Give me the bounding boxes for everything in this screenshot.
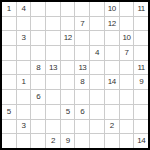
cell-r2c7[interactable]	[90, 17, 104, 31]
cell-r5c6[interactable]: 13	[75, 61, 89, 75]
cell-r4c7[interactable]: 4	[90, 46, 104, 60]
given-number: 14	[137, 137, 145, 145]
cell-r8c4[interactable]	[46, 105, 60, 119]
cell-r9c1[interactable]	[2, 120, 16, 134]
cell-r5c5[interactable]	[61, 61, 75, 75]
cell-r5c7[interactable]	[90, 61, 104, 75]
cell-r9c9[interactable]	[120, 120, 134, 134]
cell-r1c4[interactable]	[46, 2, 60, 16]
cell-r3c7[interactable]	[90, 31, 104, 45]
given-number: 2	[110, 122, 114, 130]
cell-r8c9[interactable]	[120, 105, 134, 119]
cell-r6c10[interactable]: 9	[134, 75, 148, 89]
cell-r4c3[interactable]	[31, 46, 45, 60]
cell-r2c3[interactable]	[31, 17, 45, 31]
cell-r7c8[interactable]	[105, 90, 119, 104]
cell-r9c3[interactable]	[31, 120, 45, 134]
cell-r6c9[interactable]	[120, 75, 134, 89]
cell-r2c5[interactable]	[61, 17, 75, 31]
given-number: 10	[122, 34, 130, 42]
cell-r9c6[interactable]	[75, 120, 89, 134]
cell-r6c1[interactable]	[2, 75, 16, 89]
cell-r8c3[interactable]	[31, 105, 45, 119]
given-number: 7	[124, 49, 128, 57]
given-number: 7	[80, 20, 84, 28]
given-number: 4	[22, 5, 26, 13]
cell-r8c8[interactable]	[105, 105, 119, 119]
cell-r3c4[interactable]	[46, 31, 60, 45]
cell-r7c6[interactable]	[75, 90, 89, 104]
cell-r6c6[interactable]: 8	[75, 75, 89, 89]
given-number: 13	[49, 64, 57, 72]
cell-r7c7[interactable]	[90, 90, 104, 104]
given-number: 6	[36, 93, 40, 101]
cell-r2c6[interactable]: 7	[75, 17, 89, 31]
cell-r7c1[interactable]	[2, 90, 16, 104]
cell-r7c3[interactable]: 6	[31, 90, 45, 104]
cell-r4c5[interactable]	[61, 46, 75, 60]
given-number: 12	[64, 34, 72, 42]
cell-r2c1[interactable]	[2, 17, 16, 31]
numberlink-board: 14101171231210478131311181496556322914	[0, 0, 150, 150]
cell-r8c5[interactable]: 5	[61, 105, 75, 119]
cell-r3c8[interactable]	[105, 31, 119, 45]
cell-r4c4[interactable]	[46, 46, 60, 60]
cell-r3c2[interactable]: 3	[17, 31, 31, 45]
cell-r6c7[interactable]	[90, 75, 104, 89]
cell-r2c8[interactable]: 12	[105, 17, 119, 31]
given-number: 11	[137, 64, 144, 72]
cell-r10c1[interactable]	[2, 134, 16, 148]
cell-r10c5[interactable]: 9	[61, 134, 75, 148]
cell-r1c9[interactable]	[120, 2, 134, 16]
cell-r10c2[interactable]	[17, 134, 31, 148]
cell-r4c2[interactable]	[17, 46, 31, 60]
cell-r6c4[interactable]	[46, 75, 60, 89]
cell-r10c6[interactable]	[75, 134, 89, 148]
cell-r1c6[interactable]	[75, 2, 89, 16]
given-number: 3	[22, 122, 26, 130]
cell-r9c10[interactable]	[134, 120, 148, 134]
cell-r7c4[interactable]	[46, 90, 60, 104]
cell-r10c7[interactable]	[90, 134, 104, 148]
cell-r1c3[interactable]	[31, 2, 45, 16]
cell-r6c5[interactable]	[61, 75, 75, 89]
cell-r2c10[interactable]	[134, 17, 148, 31]
given-number: 1	[22, 78, 26, 86]
given-number: 12	[108, 20, 116, 28]
given-number: 5	[66, 108, 70, 116]
cell-r10c9[interactable]	[120, 134, 134, 148]
given-number: 8	[36, 64, 40, 72]
cell-r9c2[interactable]: 3	[17, 120, 31, 134]
given-number: 8	[80, 78, 84, 86]
cell-r8c10[interactable]	[134, 105, 148, 119]
cell-r2c4[interactable]	[46, 17, 60, 31]
cell-r8c1[interactable]: 5	[2, 105, 16, 119]
cell-r4c10[interactable]	[134, 46, 148, 60]
cell-r1c8[interactable]: 10	[105, 2, 119, 16]
cell-r6c2[interactable]: 1	[17, 75, 31, 89]
cell-r9c7[interactable]	[90, 120, 104, 134]
given-number: 1	[7, 5, 11, 13]
cell-r5c2[interactable]	[17, 61, 31, 75]
given-number: 9	[139, 78, 143, 86]
cell-r3c5[interactable]: 12	[61, 31, 75, 45]
cell-r5c10[interactable]: 11	[134, 61, 148, 75]
cell-r5c1[interactable]	[2, 61, 16, 75]
cell-r4c6[interactable]	[75, 46, 89, 60]
cell-r6c8[interactable]: 14	[105, 75, 119, 89]
cell-r7c5[interactable]	[61, 90, 75, 104]
cell-r7c9[interactable]	[120, 90, 134, 104]
cell-r9c4[interactable]	[46, 120, 60, 134]
given-number: 14	[108, 78, 116, 86]
given-number: 13	[78, 64, 86, 72]
cell-r5c3[interactable]: 8	[31, 61, 45, 75]
cell-r1c7[interactable]	[90, 2, 104, 16]
cell-r1c5[interactable]	[61, 2, 75, 16]
cell-r3c1[interactable]	[2, 31, 16, 45]
cell-r8c7[interactable]	[90, 105, 104, 119]
given-number: 4	[95, 49, 99, 57]
given-number: 11	[137, 5, 144, 13]
cell-r1c1[interactable]: 1	[2, 2, 16, 16]
cell-r8c6[interactable]: 6	[75, 105, 89, 119]
given-number: 2	[51, 137, 55, 145]
cell-r5c4[interactable]: 13	[46, 61, 60, 75]
cell-r1c10[interactable]: 11	[134, 2, 148, 16]
cell-r6c3[interactable]	[31, 75, 45, 89]
cell-r4c1[interactable]	[2, 46, 16, 60]
cell-r9c8[interactable]: 2	[105, 120, 119, 134]
given-number: 5	[7, 108, 11, 116]
cell-r2c2[interactable]	[17, 17, 31, 31]
cell-r10c3[interactable]	[31, 134, 45, 148]
cell-r3c6[interactable]	[75, 31, 89, 45]
given-number: 3	[22, 34, 26, 42]
cell-r8c2[interactable]	[17, 105, 31, 119]
cell-r10c10[interactable]: 14	[134, 134, 148, 148]
cell-r5c8[interactable]	[105, 61, 119, 75]
cell-r4c9[interactable]: 7	[120, 46, 134, 60]
cell-r7c10[interactable]	[134, 90, 148, 104]
cell-r3c3[interactable]	[31, 31, 45, 45]
cell-r4c8[interactable]	[105, 46, 119, 60]
cell-r5c9[interactable]	[120, 61, 134, 75]
given-number: 9	[66, 137, 70, 145]
cell-r2c9[interactable]	[120, 17, 134, 31]
cell-r9c5[interactable]	[61, 120, 75, 134]
given-number: 10	[108, 5, 116, 13]
given-number: 6	[80, 108, 84, 116]
cell-r3c10[interactable]	[134, 31, 148, 45]
cell-r10c4[interactable]: 2	[46, 134, 60, 148]
cell-r7c2[interactable]	[17, 90, 31, 104]
cell-r1c2[interactable]: 4	[17, 2, 31, 16]
cell-r3c9[interactable]: 10	[120, 31, 134, 45]
cell-r10c8[interactable]	[105, 134, 119, 148]
